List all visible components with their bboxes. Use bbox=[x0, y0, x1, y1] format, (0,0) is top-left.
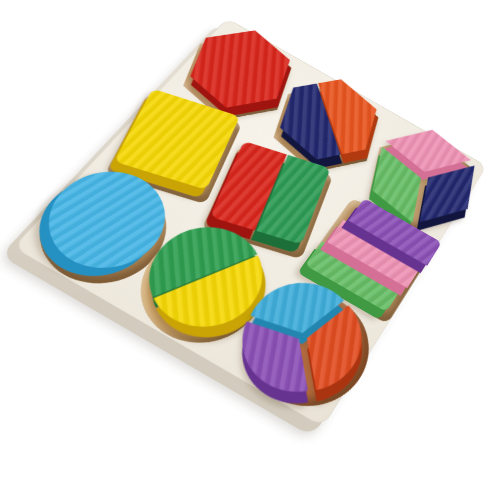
part-orange2-sec-r bbox=[244, 280, 371, 401]
piece-navy-orange-hexagon[interactable] bbox=[269, 75, 389, 164]
part-orange-hex-r bbox=[269, 75, 389, 164]
photo-stage bbox=[0, 0, 499, 501]
part-top-face bbox=[244, 280, 371, 401]
board-surface bbox=[13, 18, 487, 427]
puzzle-board bbox=[13, 18, 487, 427]
piece-three-sector-circle[interactable] bbox=[240, 279, 367, 399]
